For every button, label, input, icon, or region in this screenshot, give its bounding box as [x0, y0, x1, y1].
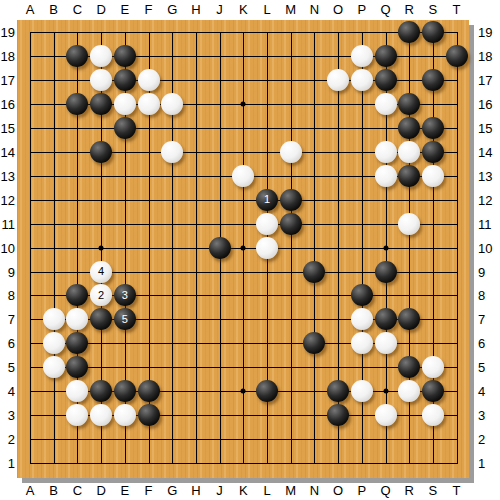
black-stone-C8[interactable]	[66, 284, 88, 306]
star-point	[241, 389, 246, 394]
move-number-label: 1	[264, 194, 270, 205]
white-stone-M14[interactable]	[280, 141, 302, 163]
column-label-top-M: M	[285, 2, 296, 17]
black-stone-R13[interactable]	[398, 165, 420, 187]
grid-line-horizontal	[30, 439, 458, 440]
black-stone-J10[interactable]	[209, 237, 231, 259]
row-label-right-19: 19	[478, 25, 492, 40]
white-stone-C7[interactable]	[66, 308, 88, 330]
black-stone-E15[interactable]	[114, 117, 136, 139]
column-label-top-Q: Q	[380, 2, 390, 17]
row-label-left-1: 1	[8, 456, 15, 471]
white-stone-Q16[interactable]	[375, 93, 397, 115]
column-label-top-A: A	[26, 2, 35, 17]
row-label-left-19: 19	[1, 25, 15, 40]
row-label-left-3: 3	[8, 408, 15, 423]
column-label-top-K: K	[239, 2, 248, 17]
white-stone-R4[interactable]	[398, 380, 420, 402]
row-label-right-9: 9	[478, 264, 485, 279]
column-label-bottom-C: C	[73, 483, 82, 498]
black-stone-C18[interactable]	[66, 45, 88, 67]
white-stone-Q14[interactable]	[375, 141, 397, 163]
column-label-bottom-P: P	[357, 483, 366, 498]
row-label-left-18: 18	[1, 48, 15, 63]
column-label-top-F: F	[145, 2, 153, 17]
move-number-label: 5	[122, 314, 128, 325]
column-label-top-O: O	[333, 2, 343, 17]
row-label-right-4: 4	[478, 384, 485, 399]
row-label-right-15: 15	[478, 120, 492, 135]
white-stone-S3[interactable]	[422, 404, 444, 426]
white-stone-D18[interactable]	[90, 45, 112, 67]
row-label-right-7: 7	[478, 312, 485, 327]
row-label-left-16: 16	[1, 96, 15, 111]
black-stone-O3[interactable]	[327, 404, 349, 426]
row-label-right-3: 3	[478, 408, 485, 423]
column-label-bottom-B: B	[49, 483, 58, 498]
row-label-right-16: 16	[478, 96, 492, 111]
column-label-top-P: P	[357, 2, 366, 17]
white-stone-B6[interactable]	[43, 332, 65, 354]
column-label-bottom-T: T	[453, 483, 461, 498]
white-stone-L11[interactable]	[256, 213, 278, 235]
go-game-window: ABCDEFGHJKLMNOPQRST ABCDEFGHJKLMNOPQRST …	[0, 0, 500, 500]
black-stone-F3[interactable]	[138, 404, 160, 426]
white-stone-F16[interactable]	[138, 93, 160, 115]
black-stone-Q17[interactable]	[375, 69, 397, 91]
black-stone-R19[interactable]	[398, 21, 420, 43]
grid-line-vertical	[314, 32, 315, 464]
black-stone-S4[interactable]	[422, 380, 444, 402]
black-stone-F4[interactable]	[138, 380, 160, 402]
black-stone-E4[interactable]	[114, 380, 136, 402]
row-label-right-8: 8	[478, 288, 485, 303]
row-label-left-15: 15	[1, 120, 15, 135]
row-label-right-5: 5	[478, 360, 485, 375]
row-label-left-13: 13	[1, 168, 15, 183]
white-stone-P6[interactable]	[351, 332, 373, 354]
column-label-bottom-H: H	[191, 483, 200, 498]
white-stone-C4[interactable]	[66, 380, 88, 402]
column-label-top-E: E	[120, 2, 129, 17]
row-label-right-17: 17	[478, 72, 492, 87]
column-label-top-D: D	[96, 2, 105, 17]
white-stone-O17[interactable]	[327, 69, 349, 91]
black-stone-Q7[interactable]	[375, 308, 397, 330]
column-label-bottom-Q: Q	[380, 483, 390, 498]
white-stone-F17[interactable]	[138, 69, 160, 91]
column-label-top-L: L	[263, 2, 270, 17]
white-stone-B7[interactable]	[43, 308, 65, 330]
star-point	[383, 245, 388, 250]
column-label-top-S: S	[429, 2, 438, 17]
black-stone-M11[interactable]	[280, 213, 302, 235]
black-stone-D16[interactable]	[90, 93, 112, 115]
black-stone-C5[interactable]	[66, 356, 88, 378]
grid-line-vertical	[291, 32, 292, 464]
grid-line-vertical	[457, 32, 458, 464]
black-stone-S14[interactable]	[422, 141, 444, 163]
black-stone-D14[interactable]	[90, 141, 112, 163]
move-number-label: 4	[98, 266, 104, 277]
star-point	[241, 245, 246, 250]
white-stone-S5[interactable]	[422, 356, 444, 378]
row-label-left-11: 11	[2, 216, 16, 231]
black-stone-O4[interactable]	[327, 380, 349, 402]
black-stone-Q18[interactable]	[375, 45, 397, 67]
white-stone-R11[interactable]	[398, 213, 420, 235]
column-label-top-B: B	[49, 2, 58, 17]
column-label-top-J: J	[216, 2, 223, 17]
column-label-bottom-D: D	[96, 483, 105, 498]
column-label-bottom-L: L	[263, 483, 270, 498]
column-label-bottom-R: R	[404, 483, 413, 498]
white-stone-D3[interactable]	[90, 404, 112, 426]
column-label-bottom-O: O	[333, 483, 343, 498]
black-stone-N6[interactable]	[303, 332, 325, 354]
black-stone-Q9[interactable]	[375, 261, 397, 283]
column-label-bottom-J: J	[216, 483, 223, 498]
white-stone-Q6[interactable]	[375, 332, 397, 354]
row-label-right-6: 6	[478, 336, 485, 351]
black-stone-C6[interactable]	[66, 332, 88, 354]
white-stone-S13[interactable]	[422, 165, 444, 187]
column-label-top-G: G	[167, 2, 177, 17]
black-stone-L12[interactable]: 1	[256, 189, 278, 211]
white-stone-P4[interactable]	[351, 380, 373, 402]
black-stone-R15[interactable]	[398, 117, 420, 139]
black-stone-L4[interactable]	[256, 380, 278, 402]
row-label-left-6: 6	[8, 336, 15, 351]
black-stone-R5[interactable]	[398, 356, 420, 378]
column-label-bottom-A: A	[26, 483, 35, 498]
black-stone-R16[interactable]	[398, 93, 420, 115]
row-label-right-10: 10	[478, 240, 492, 255]
black-stone-E18[interactable]	[114, 45, 136, 67]
row-label-left-7: 7	[8, 312, 15, 327]
column-label-top-N: N	[310, 2, 319, 17]
row-label-right-1: 1	[478, 456, 485, 471]
white-stone-B5[interactable]	[43, 356, 65, 378]
black-stone-T18[interactable]	[446, 45, 468, 67]
column-label-bottom-N: N	[310, 483, 319, 498]
white-stone-G16[interactable]	[161, 93, 183, 115]
white-stone-P7[interactable]	[351, 308, 373, 330]
row-label-left-14: 14	[1, 144, 15, 159]
row-label-left-12: 12	[1, 192, 15, 207]
row-label-left-9: 9	[8, 264, 15, 279]
white-stone-P18[interactable]	[351, 45, 373, 67]
white-stone-G14[interactable]	[161, 141, 183, 163]
row-label-right-14: 14	[478, 144, 492, 159]
white-stone-D8[interactable]: 2	[90, 284, 112, 306]
black-stone-E8[interactable]: 3	[114, 284, 136, 306]
column-label-top-C: C	[73, 2, 82, 17]
column-label-top-T: T	[453, 2, 461, 17]
move-number-label: 3	[122, 290, 128, 301]
row-label-right-13: 13	[478, 168, 492, 183]
black-stone-E17[interactable]	[114, 69, 136, 91]
white-stone-K13[interactable]	[232, 165, 254, 187]
column-label-top-H: H	[191, 2, 200, 17]
grid-line-horizontal	[30, 367, 458, 368]
white-stone-E16[interactable]	[114, 93, 136, 115]
black-stone-N9[interactable]	[303, 261, 325, 283]
row-label-right-11: 11	[478, 216, 492, 231]
column-label-bottom-E: E	[120, 483, 129, 498]
white-stone-L10[interactable]	[256, 237, 278, 259]
row-label-left-10: 10	[1, 240, 15, 255]
black-stone-D7[interactable]	[90, 308, 112, 330]
white-stone-R14[interactable]	[398, 141, 420, 163]
black-stone-S15[interactable]	[422, 117, 444, 139]
black-stone-E7[interactable]: 5	[114, 308, 136, 330]
black-stone-R7[interactable]	[398, 308, 420, 330]
white-stone-P17[interactable]	[351, 69, 373, 91]
star-point	[241, 101, 246, 106]
row-label-right-18: 18	[478, 48, 492, 63]
white-stone-D17[interactable]	[90, 69, 112, 91]
black-stone-S19[interactable]	[422, 21, 444, 43]
row-label-right-12: 12	[478, 192, 492, 207]
row-label-left-8: 8	[8, 288, 15, 303]
row-label-right-2: 2	[478, 432, 485, 447]
column-label-bottom-G: G	[167, 483, 177, 498]
black-stone-S17[interactable]	[422, 69, 444, 91]
grid-line-horizontal	[30, 463, 458, 464]
column-label-bottom-F: F	[145, 483, 153, 498]
black-stone-P8[interactable]	[351, 284, 373, 306]
row-label-left-2: 2	[8, 432, 15, 447]
row-label-left-5: 5	[8, 360, 15, 375]
column-label-bottom-S: S	[429, 483, 438, 498]
white-stone-D9[interactable]: 4	[90, 261, 112, 283]
white-stone-E3[interactable]	[114, 404, 136, 426]
column-label-bottom-K: K	[239, 483, 248, 498]
star-point	[99, 245, 104, 250]
go-board[interactable]: 13542	[17, 20, 469, 478]
row-label-left-4: 4	[8, 384, 15, 399]
white-stone-C3[interactable]	[66, 404, 88, 426]
column-label-bottom-M: M	[285, 483, 296, 498]
black-stone-D4[interactable]	[90, 380, 112, 402]
black-stone-C16[interactable]	[66, 93, 88, 115]
white-stone-Q3[interactable]	[375, 404, 397, 426]
move-number-label: 2	[98, 290, 104, 301]
black-stone-M12[interactable]	[280, 189, 302, 211]
column-label-top-R: R	[404, 2, 413, 17]
white-stone-Q13[interactable]	[375, 165, 397, 187]
star-point	[383, 389, 388, 394]
row-label-left-17: 17	[1, 72, 15, 87]
